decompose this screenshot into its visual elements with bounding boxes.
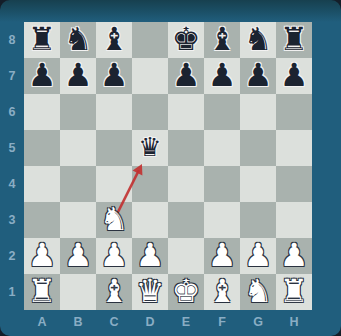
- cell-g7: ♟: [240, 58, 276, 94]
- piece-white-bishop-c1[interactable]: ♝: [100, 275, 129, 307]
- square-h4[interactable]: [276, 166, 312, 202]
- piece-black-bishop-f8[interactable]: ♝: [208, 23, 237, 55]
- cell-e7: ♟: [168, 58, 204, 94]
- piece-black-king-e8[interactable]: ♚: [172, 23, 201, 55]
- square-g3[interactable]: [240, 202, 276, 238]
- square-e2[interactable]: [168, 238, 204, 274]
- cell-b8: ♞: [60, 22, 96, 58]
- piece-black-pawn-a7[interactable]: ♟: [28, 59, 57, 91]
- file-label-b: B: [60, 310, 96, 334]
- piece-black-bishop-c8[interactable]: ♝: [100, 23, 129, 55]
- cell-h2: ♟: [276, 238, 312, 274]
- square-d3[interactable]: [132, 202, 168, 238]
- square-b3[interactable]: [60, 202, 96, 238]
- rank-label-2: 2: [0, 238, 24, 274]
- piece-white-pawn-h2[interactable]: ♟: [280, 239, 309, 271]
- cell-d2: ♟: [132, 238, 168, 274]
- piece-black-pawn-b7[interactable]: ♟: [64, 59, 93, 91]
- square-f5[interactable]: [204, 130, 240, 166]
- square-f4[interactable]: [204, 166, 240, 202]
- piece-white-pawn-g2[interactable]: ♟: [244, 239, 273, 271]
- cell-f2: ♟: [204, 238, 240, 274]
- file-labels: ABCDEFGH: [24, 310, 312, 334]
- piece-white-king-e1[interactable]: ♚: [172, 275, 201, 307]
- square-b5[interactable]: [60, 130, 96, 166]
- cell-e8: ♚: [168, 22, 204, 58]
- rank-label-7: 7: [0, 58, 24, 94]
- rank-labels: 87654321: [0, 22, 24, 310]
- cell-c3: ♞: [96, 202, 132, 238]
- square-c6[interactable]: [96, 94, 132, 130]
- piece-white-rook-h1[interactable]: ♜: [280, 275, 309, 307]
- cell-b7: ♟: [60, 58, 96, 94]
- file-label-a: A: [24, 310, 60, 334]
- piece-white-pawn-d2[interactable]: ♟: [136, 239, 165, 271]
- piece-white-knight-c3[interactable]: ♞: [100, 203, 129, 235]
- square-e5[interactable]: [168, 130, 204, 166]
- square-g6[interactable]: [240, 94, 276, 130]
- square-d8[interactable]: [132, 22, 168, 58]
- square-h3[interactable]: [276, 202, 312, 238]
- square-a5[interactable]: [24, 130, 60, 166]
- square-d6[interactable]: [132, 94, 168, 130]
- square-a4[interactable]: [24, 166, 60, 202]
- square-e6[interactable]: [168, 94, 204, 130]
- piece-black-pawn-e7[interactable]: ♟: [172, 59, 201, 91]
- piece-white-pawn-c2[interactable]: ♟: [100, 239, 129, 271]
- square-a3[interactable]: [24, 202, 60, 238]
- square-e4[interactable]: [168, 166, 204, 202]
- square-b1[interactable]: [60, 274, 96, 310]
- cell-h8: ♜: [276, 22, 312, 58]
- square-g4[interactable]: [240, 166, 276, 202]
- piece-white-bishop-f1[interactable]: ♝: [208, 275, 237, 307]
- cell-c8: ♝: [96, 22, 132, 58]
- cell-g1: ♞: [240, 274, 276, 310]
- piece-white-rook-a1[interactable]: ♜: [28, 275, 57, 307]
- square-d4[interactable]: [132, 166, 168, 202]
- piece-black-pawn-f7[interactable]: ♟: [208, 59, 237, 91]
- file-label-d: D: [132, 310, 168, 334]
- cell-f1: ♝: [204, 274, 240, 310]
- cell-h7: ♟: [276, 58, 312, 94]
- square-h6[interactable]: [276, 94, 312, 130]
- square-b6[interactable]: [60, 94, 96, 130]
- rank-label-3: 3: [0, 202, 24, 238]
- square-b4[interactable]: [60, 166, 96, 202]
- cell-a8: ♜: [24, 22, 60, 58]
- cell-g2: ♟: [240, 238, 276, 274]
- square-c5[interactable]: [96, 130, 132, 166]
- square-c4[interactable]: [96, 166, 132, 202]
- rank-label-6: 6: [0, 94, 24, 130]
- piece-white-knight-g1[interactable]: ♞: [244, 275, 273, 307]
- piece-black-pawn-g7[interactable]: ♟: [244, 59, 273, 91]
- piece-black-rook-h8[interactable]: ♜: [280, 23, 309, 55]
- cell-a7: ♟: [24, 58, 60, 94]
- rank-label-5: 5: [0, 130, 24, 166]
- piece-black-knight-g8[interactable]: ♞: [244, 23, 273, 55]
- chess-board: ♜♞♝♚♝♞♜♟♟♟♟♟♟♟♛♞♟♟♟♟♟♟♟♜♝♛♚♝♞♜: [24, 22, 312, 310]
- cell-e1: ♚: [168, 274, 204, 310]
- file-label-f: F: [204, 310, 240, 334]
- square-f3[interactable]: [204, 202, 240, 238]
- cell-f8: ♝: [204, 22, 240, 58]
- piece-black-pawn-c7[interactable]: ♟: [100, 59, 129, 91]
- cell-g8: ♞: [240, 22, 276, 58]
- piece-black-knight-b8[interactable]: ♞: [64, 23, 93, 55]
- file-label-e: E: [168, 310, 204, 334]
- cell-b2: ♟: [60, 238, 96, 274]
- square-g5[interactable]: [240, 130, 276, 166]
- cell-d1: ♛: [132, 274, 168, 310]
- cell-a2: ♟: [24, 238, 60, 274]
- piece-white-queen-d1[interactable]: ♛: [136, 275, 165, 307]
- rank-label-1: 1: [0, 274, 24, 310]
- cell-a1: ♜: [24, 274, 60, 310]
- chess-board-widget: 87654321 ♜♞♝♚♝♞♜♟♟♟♟♟♟♟♛♞♟♟♟♟♟♟♟♜♝♛♚♝♞♜ …: [0, 0, 341, 336]
- piece-white-pawn-f2[interactable]: ♟: [208, 239, 237, 271]
- square-f6[interactable]: [204, 94, 240, 130]
- cell-h1: ♜: [276, 274, 312, 310]
- file-label-h: H: [276, 310, 312, 334]
- square-d7[interactable]: [132, 58, 168, 94]
- file-label-c: C: [96, 310, 132, 334]
- piece-white-pawn-a2[interactable]: ♟: [28, 239, 57, 271]
- square-h5[interactable]: [276, 130, 312, 166]
- cell-c7: ♟: [96, 58, 132, 94]
- piece-black-rook-a8[interactable]: ♜: [28, 23, 57, 55]
- cell-f7: ♟: [204, 58, 240, 94]
- piece-black-pawn-h7[interactable]: ♟: [280, 59, 309, 91]
- cell-c1: ♝: [96, 274, 132, 310]
- piece-white-pawn-b2[interactable]: ♟: [64, 239, 93, 271]
- rank-label-8: 8: [0, 22, 24, 58]
- piece-black-queen-d5[interactable]: ♛: [138, 134, 161, 160]
- rank-label-4: 4: [0, 166, 24, 202]
- cell-c2: ♟: [96, 238, 132, 274]
- file-label-g: G: [240, 310, 276, 334]
- square-a6[interactable]: [24, 94, 60, 130]
- square-e3[interactable]: [168, 202, 204, 238]
